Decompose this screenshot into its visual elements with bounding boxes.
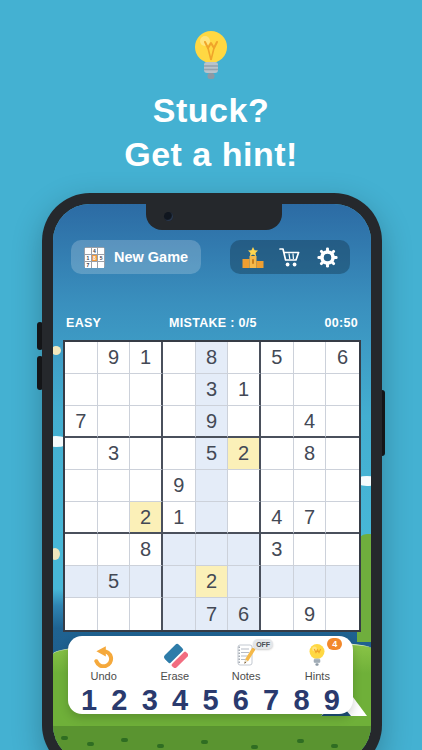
cell-r5c5[interactable] — [196, 470, 229, 502]
phone-screen: 41857 New Game — [53, 204, 371, 750]
toolbar-panel: Undo Erase — [68, 636, 353, 714]
cell-r9c5[interactable]: 7 — [196, 598, 229, 630]
notes-off-badge: OFF — [253, 639, 273, 649]
cell-r3c3[interactable] — [130, 406, 163, 438]
lightbulb-icon — [188, 28, 234, 86]
cell-r1c2[interactable]: 9 — [98, 342, 131, 374]
new-game-label: New Game — [114, 249, 188, 265]
hints-count-badge: 4 — [327, 638, 342, 650]
numpad-1[interactable]: 1 — [81, 683, 97, 717]
numpad-4[interactable]: 4 — [172, 683, 188, 717]
cell-r6c2[interactable] — [98, 502, 131, 534]
shop-cart-icon[interactable] — [279, 246, 301, 268]
cell-r6c9[interactable] — [326, 502, 359, 534]
new-game-button[interactable]: 41857 New Game — [71, 240, 201, 274]
cell-r2c2[interactable] — [98, 374, 131, 406]
cell-r7c9[interactable] — [326, 534, 359, 566]
cell-r7c5[interactable] — [196, 534, 229, 566]
cell-r5c8[interactable] — [294, 470, 327, 502]
cell-r7c6[interactable] — [228, 534, 261, 566]
hints-label: Hints — [305, 670, 330, 682]
cell-r8c7[interactable] — [261, 566, 294, 598]
cell-r8c9[interactable] — [326, 566, 359, 598]
cell-r4c8[interactable]: 8 — [294, 438, 327, 470]
erase-label: Erase — [161, 670, 190, 682]
cell-r1c9[interactable]: 6 — [326, 342, 359, 374]
cell-r8c3[interactable] — [130, 566, 163, 598]
cell-r7c1[interactable] — [65, 534, 98, 566]
cell-r2c8[interactable] — [294, 374, 327, 406]
cell-r5c7[interactable] — [261, 470, 294, 502]
mistake-counter: MISTAKE : 0/5 — [169, 316, 257, 330]
numpad-2[interactable]: 2 — [111, 683, 127, 717]
cell-r4c2[interactable]: 3 — [98, 438, 131, 470]
cell-r5c9[interactable] — [326, 470, 359, 502]
cell-r5c4[interactable]: 9 — [163, 470, 196, 502]
cell-r2c6[interactable]: 1 — [228, 374, 261, 406]
cell-r2c3[interactable] — [130, 374, 163, 406]
cell-r2c7[interactable] — [261, 374, 294, 406]
notes-button[interactable]: Notes OFF — [217, 642, 275, 682]
number-pad: 123456789 — [68, 682, 353, 717]
cell-r9c1[interactable] — [65, 598, 98, 630]
cell-r5c3[interactable] — [130, 470, 163, 502]
cell-r1c7[interactable]: 5 — [261, 342, 294, 374]
undo-label: Undo — [90, 670, 116, 682]
cell-r3c9[interactable] — [326, 406, 359, 438]
cell-r8c6[interactable] — [228, 566, 261, 598]
numpad-5[interactable]: 5 — [202, 683, 218, 717]
cell-r8c2[interactable]: 5 — [98, 566, 131, 598]
cell-r2c4[interactable] — [163, 374, 196, 406]
numpad-6[interactable]: 6 — [233, 683, 249, 717]
tools-row: Undo Erase — [68, 636, 353, 682]
hints-button[interactable]: Hints 4 — [288, 642, 346, 682]
hero-line1: Stuck? — [0, 90, 422, 130]
app-top-bar: 41857 New Game — [71, 240, 350, 274]
numpad-8[interactable]: 8 — [293, 683, 309, 717]
cell-r9c9[interactable] — [326, 598, 359, 630]
cell-r4c4[interactable] — [163, 438, 196, 470]
cell-r6c8[interactable]: 7 — [294, 502, 327, 534]
cell-r7c8[interactable] — [294, 534, 327, 566]
cell-r4c7[interactable] — [261, 438, 294, 470]
cell-r3c2[interactable] — [98, 406, 131, 438]
status-bar: EASY MISTAKE : 0/5 00:50 — [66, 316, 358, 330]
sudoku-board: 91856317943528921478352769 — [63, 340, 361, 632]
notes-label: Notes — [232, 670, 261, 682]
cell-r1c6[interactable] — [228, 342, 261, 374]
cell-r4c5[interactable]: 5 — [196, 438, 229, 470]
eraser-icon — [162, 642, 188, 668]
cell-r9c3[interactable] — [130, 598, 163, 630]
cell-r6c1[interactable] — [65, 502, 98, 534]
undo-button[interactable]: Undo — [75, 642, 133, 682]
numpad-9[interactable]: 9 — [324, 683, 340, 717]
numpad-7[interactable]: 7 — [263, 683, 279, 717]
cell-r5c1[interactable] — [65, 470, 98, 502]
cell-r6c3[interactable]: 2 — [130, 502, 163, 534]
cell-r1c5[interactable]: 8 — [196, 342, 229, 374]
cell-r9c2[interactable] — [98, 598, 131, 630]
cell-r8c8[interactable] — [294, 566, 327, 598]
leaderboard-podium-icon[interactable] — [242, 246, 264, 268]
cell-r7c4[interactable] — [163, 534, 196, 566]
cell-r3c6[interactable] — [228, 406, 261, 438]
cell-r7c3[interactable]: 8 — [130, 534, 163, 566]
cell-r1c4[interactable] — [163, 342, 196, 374]
cell-r3c8[interactable]: 4 — [294, 406, 327, 438]
undo-arrow-icon — [91, 642, 117, 668]
hero-line2: Get a hint! — [0, 134, 422, 174]
cell-r7c7[interactable]: 3 — [261, 534, 294, 566]
cell-r9c6[interactable]: 6 — [228, 598, 261, 630]
cell-r4c6[interactable]: 2 — [228, 438, 261, 470]
cell-r5c2[interactable] — [98, 470, 131, 502]
cell-r4c1[interactable] — [65, 438, 98, 470]
bush-dabs — [61, 736, 68, 740]
cell-r2c1[interactable] — [65, 374, 98, 406]
cell-r2c5[interactable]: 3 — [196, 374, 229, 406]
cell-r7c2[interactable] — [98, 534, 131, 566]
cell-r3c7[interactable] — [261, 406, 294, 438]
cell-r1c1[interactable] — [65, 342, 98, 374]
cell-r3c1[interactable]: 7 — [65, 406, 98, 438]
cell-r1c8[interactable] — [294, 342, 327, 374]
cell-r9c7[interactable] — [261, 598, 294, 630]
action-icons-group — [230, 240, 350, 274]
cell-r9c8[interactable]: 9 — [294, 598, 327, 630]
cell-r4c9[interactable] — [326, 438, 359, 470]
cell-r8c5[interactable]: 2 — [196, 566, 229, 598]
cell-r2c9[interactable] — [326, 374, 359, 406]
cell-r6c6[interactable] — [228, 502, 261, 534]
phone-notch — [146, 204, 282, 230]
difficulty-label: EASY — [66, 316, 101, 330]
mini-sudoku-grid-icon: 41857 — [84, 247, 105, 268]
cell-r6c5[interactable] — [196, 502, 229, 534]
cell-r4c3[interactable] — [130, 438, 163, 470]
cell-r3c5[interactable]: 9 — [196, 406, 229, 438]
cell-r3c4[interactable] — [163, 406, 196, 438]
cell-r5c6[interactable] — [228, 470, 261, 502]
cell-r8c4[interactable] — [163, 566, 196, 598]
cell-r9c4[interactable] — [163, 598, 196, 630]
wallpaper-grass-dark — [53, 726, 371, 750]
cell-r1c3[interactable]: 1 — [130, 342, 163, 374]
numpad-3[interactable]: 3 — [142, 683, 158, 717]
cell-r8c1[interactable] — [65, 566, 98, 598]
erase-button[interactable]: Erase — [146, 642, 204, 682]
phone-frame: 41857 New Game — [42, 193, 382, 750]
camera-dot — [164, 212, 173, 221]
cell-r6c4[interactable]: 1 — [163, 502, 196, 534]
hero-section: Stuck? Get a hint! — [0, 0, 422, 174]
timer: 00:50 — [325, 316, 358, 330]
settings-gear-icon[interactable] — [316, 246, 338, 268]
cell-r6c7[interactable]: 4 — [261, 502, 294, 534]
